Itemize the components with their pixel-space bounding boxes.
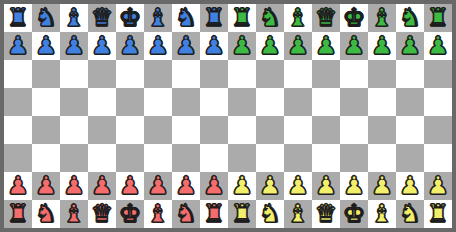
piece-green-bishop[interactable]: ♝ (287, 4, 309, 32)
piece-red-bishop[interactable]: ♝ (63, 200, 85, 228)
square-m3[interactable] (340, 144, 368, 172)
piece-yellow-queen[interactable]: ♛ (315, 200, 337, 228)
square-j8[interactable]: ♞ (256, 4, 284, 32)
piece-yellow-knight[interactable]: ♞ (259, 200, 281, 228)
piece-yellow-rook[interactable]: ♜ (427, 200, 449, 228)
piece-blue-bishop[interactable]: ♝ (63, 4, 85, 32)
square-d4[interactable] (88, 116, 116, 144)
square-d8[interactable]: ♛ (88, 4, 116, 32)
square-g2[interactable]: ♟ (172, 172, 200, 200)
piece-red-pawn[interactable]: ♟ (91, 172, 113, 200)
square-o8[interactable]: ♞ (396, 4, 424, 32)
piece-red-pawn[interactable]: ♟ (203, 172, 225, 200)
piece-red-knight[interactable]: ♞ (35, 200, 57, 228)
square-e4[interactable] (116, 116, 144, 144)
square-o6[interactable] (396, 60, 424, 88)
square-j3[interactable] (256, 144, 284, 172)
square-k8[interactable]: ♝ (284, 4, 312, 32)
square-j6[interactable] (256, 60, 284, 88)
square-c5[interactable] (60, 88, 88, 116)
square-m2[interactable]: ♟ (340, 172, 368, 200)
chess-board: ♜♞♝♛♚♝♞♜♜♞♝♛♚♝♞♜♟♟♟♟♟♟♟♟♟♟♟♟♟♟♟♟♟♟♟♟♟♟♟♟… (0, 0, 456, 232)
square-k3[interactable] (284, 144, 312, 172)
square-i6[interactable] (228, 60, 256, 88)
piece-green-pawn[interactable]: ♟ (259, 32, 281, 60)
square-i2[interactable]: ♟ (228, 172, 256, 200)
piece-blue-pawn[interactable]: ♟ (7, 32, 29, 60)
piece-blue-pawn[interactable]: ♟ (63, 32, 85, 60)
piece-green-rook[interactable]: ♜ (231, 4, 253, 32)
square-f7[interactable]: ♟ (144, 32, 172, 60)
square-g5[interactable] (172, 88, 200, 116)
square-e5[interactable] (116, 88, 144, 116)
square-p4[interactable] (424, 116, 452, 144)
square-f1[interactable]: ♝ (144, 200, 172, 228)
piece-red-knight[interactable]: ♞ (175, 200, 197, 228)
square-b6[interactable] (32, 60, 60, 88)
square-g4[interactable] (172, 116, 200, 144)
piece-green-bishop[interactable]: ♝ (371, 4, 393, 32)
piece-blue-king[interactable]: ♚ (119, 4, 141, 32)
piece-green-pawn[interactable]: ♟ (371, 32, 393, 60)
square-e1[interactable]: ♚ (116, 200, 144, 228)
piece-green-knight[interactable]: ♞ (399, 4, 421, 32)
square-i7[interactable]: ♟ (228, 32, 256, 60)
square-n7[interactable]: ♟ (368, 32, 396, 60)
piece-green-pawn[interactable]: ♟ (343, 32, 365, 60)
square-n6[interactable] (368, 60, 396, 88)
square-b7[interactable]: ♟ (32, 32, 60, 60)
piece-red-pawn[interactable]: ♟ (147, 172, 169, 200)
square-n8[interactable]: ♝ (368, 4, 396, 32)
square-a8[interactable]: ♜ (4, 4, 32, 32)
piece-green-king[interactable]: ♚ (343, 4, 365, 32)
square-a4[interactable] (4, 116, 32, 144)
square-g1[interactable]: ♞ (172, 200, 200, 228)
square-m4[interactable] (340, 116, 368, 144)
square-d5[interactable] (88, 88, 116, 116)
square-p8[interactable]: ♜ (424, 4, 452, 32)
piece-blue-queen[interactable]: ♛ (91, 4, 113, 32)
piece-red-rook[interactable]: ♜ (203, 200, 225, 228)
piece-green-pawn[interactable]: ♟ (287, 32, 309, 60)
piece-yellow-pawn[interactable]: ♟ (231, 172, 253, 200)
square-k6[interactable] (284, 60, 312, 88)
square-n3[interactable] (368, 144, 396, 172)
square-o4[interactable] (396, 116, 424, 144)
square-b4[interactable] (32, 116, 60, 144)
square-h1[interactable]: ♜ (200, 200, 228, 228)
square-p1[interactable]: ♜ (424, 200, 452, 228)
square-c8[interactable]: ♝ (60, 4, 88, 32)
piece-red-pawn[interactable]: ♟ (119, 172, 141, 200)
square-d3[interactable] (88, 144, 116, 172)
square-a2[interactable]: ♟ (4, 172, 32, 200)
square-j4[interactable] (256, 116, 284, 144)
square-k2[interactable]: ♟ (284, 172, 312, 200)
square-h3[interactable] (200, 144, 228, 172)
piece-yellow-king[interactable]: ♚ (343, 200, 365, 228)
piece-green-pawn[interactable]: ♟ (399, 32, 421, 60)
piece-red-king[interactable]: ♚ (119, 200, 141, 228)
square-h2[interactable]: ♟ (200, 172, 228, 200)
square-i8[interactable]: ♜ (228, 4, 256, 32)
piece-red-pawn[interactable]: ♟ (7, 172, 29, 200)
square-l5[interactable] (312, 88, 340, 116)
square-c1[interactable]: ♝ (60, 200, 88, 228)
square-l7[interactable]: ♟ (312, 32, 340, 60)
square-d7[interactable]: ♟ (88, 32, 116, 60)
square-l8[interactable]: ♛ (312, 4, 340, 32)
square-p6[interactable] (424, 60, 452, 88)
square-e8[interactable]: ♚ (116, 4, 144, 32)
piece-yellow-knight[interactable]: ♞ (399, 200, 421, 228)
square-l3[interactable] (312, 144, 340, 172)
square-c2[interactable]: ♟ (60, 172, 88, 200)
square-n4[interactable] (368, 116, 396, 144)
square-a5[interactable] (4, 88, 32, 116)
square-a7[interactable]: ♟ (4, 32, 32, 60)
square-c7[interactable]: ♟ (60, 32, 88, 60)
square-a1[interactable]: ♜ (4, 200, 32, 228)
square-k5[interactable] (284, 88, 312, 116)
square-a6[interactable] (4, 60, 32, 88)
square-g8[interactable]: ♞ (172, 4, 200, 32)
piece-blue-pawn[interactable]: ♟ (91, 32, 113, 60)
square-f8[interactable]: ♝ (144, 4, 172, 32)
square-f2[interactable]: ♟ (144, 172, 172, 200)
square-g3[interactable] (172, 144, 200, 172)
piece-green-pawn[interactable]: ♟ (315, 32, 337, 60)
square-c3[interactable] (60, 144, 88, 172)
square-f3[interactable] (144, 144, 172, 172)
piece-blue-bishop[interactable]: ♝ (147, 4, 169, 32)
square-l2[interactable]: ♟ (312, 172, 340, 200)
square-i1[interactable]: ♜ (228, 200, 256, 228)
piece-blue-knight[interactable]: ♞ (35, 4, 57, 32)
square-b1[interactable]: ♞ (32, 200, 60, 228)
square-o2[interactable]: ♟ (396, 172, 424, 200)
square-l1[interactable]: ♛ (312, 200, 340, 228)
square-f4[interactable] (144, 116, 172, 144)
square-h4[interactable] (200, 116, 228, 144)
piece-blue-pawn[interactable]: ♟ (175, 32, 197, 60)
square-m7[interactable]: ♟ (340, 32, 368, 60)
piece-red-pawn[interactable]: ♟ (63, 172, 85, 200)
square-k1[interactable]: ♝ (284, 200, 312, 228)
piece-red-bishop[interactable]: ♝ (147, 200, 169, 228)
square-e7[interactable]: ♟ (116, 32, 144, 60)
square-p3[interactable] (424, 144, 452, 172)
square-m6[interactable] (340, 60, 368, 88)
square-n5[interactable] (368, 88, 396, 116)
square-g7[interactable]: ♟ (172, 32, 200, 60)
square-h8[interactable]: ♜ (200, 4, 228, 32)
piece-blue-pawn[interactable]: ♟ (35, 32, 57, 60)
square-b2[interactable]: ♟ (32, 172, 60, 200)
piece-yellow-pawn[interactable]: ♟ (371, 172, 393, 200)
piece-blue-pawn[interactable]: ♟ (119, 32, 141, 60)
piece-yellow-pawn[interactable]: ♟ (287, 172, 309, 200)
square-m5[interactable] (340, 88, 368, 116)
square-p7[interactable]: ♟ (424, 32, 452, 60)
piece-red-pawn[interactable]: ♟ (35, 172, 57, 200)
square-d6[interactable] (88, 60, 116, 88)
square-a3[interactable] (4, 144, 32, 172)
piece-green-rook[interactable]: ♜ (427, 4, 449, 32)
piece-blue-rook[interactable]: ♜ (203, 4, 225, 32)
square-b8[interactable]: ♞ (32, 4, 60, 32)
square-b3[interactable] (32, 144, 60, 172)
square-h5[interactable] (200, 88, 228, 116)
square-i3[interactable] (228, 144, 256, 172)
piece-blue-pawn[interactable]: ♟ (147, 32, 169, 60)
square-e6[interactable] (116, 60, 144, 88)
square-j5[interactable] (256, 88, 284, 116)
square-j1[interactable]: ♞ (256, 200, 284, 228)
square-i4[interactable] (228, 116, 256, 144)
piece-yellow-pawn[interactable]: ♟ (343, 172, 365, 200)
square-i5[interactable] (228, 88, 256, 116)
square-k4[interactable] (284, 116, 312, 144)
piece-red-pawn[interactable]: ♟ (175, 172, 197, 200)
square-e3[interactable] (116, 144, 144, 172)
square-l6[interactable] (312, 60, 340, 88)
square-o3[interactable] (396, 144, 424, 172)
piece-blue-pawn[interactable]: ♟ (203, 32, 225, 60)
piece-green-pawn[interactable]: ♟ (427, 32, 449, 60)
square-m1[interactable]: ♚ (340, 200, 368, 228)
square-f5[interactable] (144, 88, 172, 116)
square-d1[interactable]: ♛ (88, 200, 116, 228)
piece-yellow-pawn[interactable]: ♟ (259, 172, 281, 200)
square-h6[interactable] (200, 60, 228, 88)
square-b5[interactable] (32, 88, 60, 116)
square-o7[interactable]: ♟ (396, 32, 424, 60)
square-p2[interactable]: ♟ (424, 172, 452, 200)
square-m8[interactable]: ♚ (340, 4, 368, 32)
piece-green-pawn[interactable]: ♟ (231, 32, 253, 60)
square-d2[interactable]: ♟ (88, 172, 116, 200)
square-o1[interactable]: ♞ (396, 200, 424, 228)
piece-red-rook[interactable]: ♜ (7, 200, 29, 228)
square-o5[interactable] (396, 88, 424, 116)
piece-yellow-pawn[interactable]: ♟ (315, 172, 337, 200)
piece-blue-rook[interactable]: ♜ (7, 4, 29, 32)
square-n1[interactable]: ♝ (368, 200, 396, 228)
piece-green-knight[interactable]: ♞ (259, 4, 281, 32)
square-c4[interactable] (60, 116, 88, 144)
piece-green-queen[interactable]: ♛ (315, 4, 337, 32)
piece-yellow-rook[interactable]: ♜ (231, 200, 253, 228)
square-g6[interactable] (172, 60, 200, 88)
square-p5[interactable] (424, 88, 452, 116)
square-h7[interactable]: ♟ (200, 32, 228, 60)
piece-red-queen[interactable]: ♛ (91, 200, 113, 228)
square-e2[interactable]: ♟ (116, 172, 144, 200)
piece-yellow-pawn[interactable]: ♟ (399, 172, 421, 200)
piece-yellow-bishop[interactable]: ♝ (371, 200, 393, 228)
square-n2[interactable]: ♟ (368, 172, 396, 200)
square-l4[interactable] (312, 116, 340, 144)
square-k7[interactable]: ♟ (284, 32, 312, 60)
piece-blue-knight[interactable]: ♞ (175, 4, 197, 32)
piece-yellow-pawn[interactable]: ♟ (427, 172, 449, 200)
game-window: ♜♞♝♛♚♝♞♜♜♞♝♛♚♝♞♜♟♟♟♟♟♟♟♟♟♟♟♟♟♟♟♟♟♟♟♟♟♟♟♟… (0, 0, 456, 232)
square-f6[interactable] (144, 60, 172, 88)
square-j7[interactable]: ♟ (256, 32, 284, 60)
square-j2[interactable]: ♟ (256, 172, 284, 200)
square-c6[interactable] (60, 60, 88, 88)
piece-yellow-bishop[interactable]: ♝ (287, 200, 309, 228)
